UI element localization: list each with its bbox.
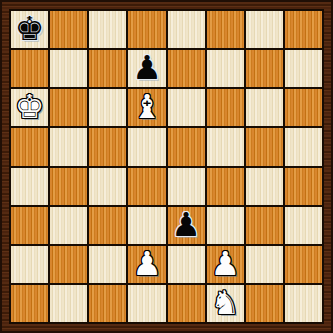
square-e7[interactable] [168, 50, 205, 87]
square-a4[interactable] [11, 168, 48, 205]
square-a3[interactable] [11, 207, 48, 244]
square-e3[interactable]: ♟ [168, 207, 205, 244]
chess-board: ♚♟♚♝♟♟♟♞ [0, 0, 333, 333]
square-c7[interactable] [89, 50, 126, 87]
square-d3[interactable] [128, 207, 165, 244]
square-f6[interactable] [207, 89, 244, 126]
square-a7[interactable] [11, 50, 48, 87]
square-f5[interactable] [207, 128, 244, 165]
square-d5[interactable] [128, 128, 165, 165]
square-g5[interactable] [246, 128, 283, 165]
square-c4[interactable] [89, 168, 126, 205]
board-grid: ♚♟♚♝♟♟♟♞ [9, 9, 324, 324]
square-e1[interactable] [168, 285, 205, 322]
square-d6[interactable]: ♝ [128, 89, 165, 126]
square-f7[interactable] [207, 50, 244, 87]
square-d2[interactable]: ♟ [128, 246, 165, 283]
square-e2[interactable] [168, 246, 205, 283]
square-g4[interactable] [246, 168, 283, 205]
square-g6[interactable] [246, 89, 283, 126]
piece-white-knight[interactable]: ♞ [210, 286, 240, 319]
square-a2[interactable] [11, 246, 48, 283]
square-b4[interactable] [50, 168, 87, 205]
square-c2[interactable] [89, 246, 126, 283]
square-e6[interactable] [168, 89, 205, 126]
square-h7[interactable] [285, 50, 322, 87]
piece-white-bishop[interactable]: ♝ [132, 90, 162, 123]
square-b8[interactable] [50, 11, 87, 48]
piece-black-pawn[interactable]: ♟ [132, 51, 162, 84]
square-e8[interactable] [168, 11, 205, 48]
piece-white-pawn[interactable]: ♟ [210, 247, 240, 280]
square-e5[interactable] [168, 128, 205, 165]
square-f1[interactable]: ♞ [207, 285, 244, 322]
square-d8[interactable] [128, 11, 165, 48]
square-b7[interactable] [50, 50, 87, 87]
square-e4[interactable] [168, 168, 205, 205]
square-h3[interactable] [285, 207, 322, 244]
piece-black-pawn[interactable]: ♟ [171, 208, 201, 241]
square-b3[interactable] [50, 207, 87, 244]
square-h1[interactable] [285, 285, 322, 322]
square-g3[interactable] [246, 207, 283, 244]
square-a8[interactable]: ♚ [11, 11, 48, 48]
square-b6[interactable] [50, 89, 87, 126]
square-h6[interactable] [285, 89, 322, 126]
square-d7[interactable]: ♟ [128, 50, 165, 87]
square-d1[interactable] [128, 285, 165, 322]
square-c5[interactable] [89, 128, 126, 165]
square-h8[interactable] [285, 11, 322, 48]
piece-white-pawn[interactable]: ♟ [132, 247, 162, 280]
square-c6[interactable] [89, 89, 126, 126]
square-g2[interactable] [246, 246, 283, 283]
square-c3[interactable] [89, 207, 126, 244]
square-g8[interactable] [246, 11, 283, 48]
square-b5[interactable] [50, 128, 87, 165]
square-a1[interactable] [11, 285, 48, 322]
square-b2[interactable] [50, 246, 87, 283]
square-f2[interactable]: ♟ [207, 246, 244, 283]
square-g7[interactable] [246, 50, 283, 87]
piece-black-king[interactable]: ♚ [15, 12, 45, 45]
square-d4[interactable] [128, 168, 165, 205]
square-a5[interactable] [11, 128, 48, 165]
square-f3[interactable] [207, 207, 244, 244]
square-h2[interactable] [285, 246, 322, 283]
square-h5[interactable] [285, 128, 322, 165]
square-c8[interactable] [89, 11, 126, 48]
piece-white-king[interactable]: ♚ [15, 90, 45, 123]
square-f8[interactable] [207, 11, 244, 48]
square-c1[interactable] [89, 285, 126, 322]
square-a6[interactable]: ♚ [11, 89, 48, 126]
square-h4[interactable] [285, 168, 322, 205]
square-f4[interactable] [207, 168, 244, 205]
square-b1[interactable] [50, 285, 87, 322]
square-g1[interactable] [246, 285, 283, 322]
